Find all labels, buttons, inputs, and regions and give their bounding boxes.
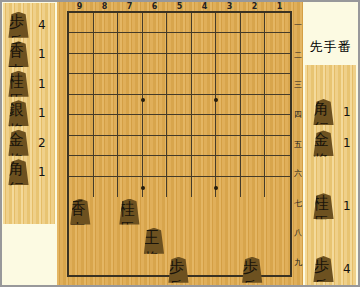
board-square-7-4[interactable] xyxy=(118,74,143,94)
board-panel: 987654321 香車桂馬王将銀将歩兵歩兵歩兵歩兵金将玉将歩兵香車歩兵銀将歩兵… xyxy=(57,2,303,285)
board-square-6-5[interactable] xyxy=(143,95,168,115)
shogi-piece-金将[interactable]: 金将 xyxy=(8,130,29,156)
file-label: 8 xyxy=(92,2,117,11)
shogi-piece-歩兵[interactable]: 歩兵 xyxy=(242,257,263,283)
board-square-1-7[interactable] xyxy=(265,136,290,156)
board-square-1-6[interactable] xyxy=(265,115,290,135)
board-square-2-5[interactable] xyxy=(241,95,266,115)
sente-hand-金将[interactable]: 金将1 xyxy=(305,128,356,159)
gote-hand-角行[interactable]: 角行1 xyxy=(3,158,55,188)
turn-indicator: 先手番 xyxy=(303,38,358,56)
file-label: 7 xyxy=(117,2,142,11)
hand-count: 1 xyxy=(343,200,351,212)
shogi-piece-王将[interactable]: 王将 xyxy=(143,228,164,254)
sente-hand-empty-slot xyxy=(305,222,356,253)
board-square-4-4[interactable] xyxy=(192,74,217,94)
board-square-6-6[interactable] xyxy=(143,115,168,135)
board-square-9-8[interactable] xyxy=(69,156,94,176)
board-square-9-1[interactable] xyxy=(69,13,94,33)
board-square-2-4[interactable] xyxy=(241,74,266,94)
board-square-6-3[interactable] xyxy=(143,54,168,74)
rank-label: 八 xyxy=(293,218,303,248)
board-square-7-6[interactable] xyxy=(118,115,143,135)
board-square-8-3[interactable] xyxy=(94,54,119,74)
shogi-piece-香車[interactable]: 香車 xyxy=(8,41,29,67)
board-square-3-3[interactable] xyxy=(216,54,241,74)
board-square-7-9[interactable] xyxy=(118,177,143,197)
board-square-8-5[interactable] xyxy=(94,95,119,115)
hand-count: 1 xyxy=(38,166,46,178)
file-label: 9 xyxy=(67,2,92,11)
gote-hand-金将[interactable]: 金将2 xyxy=(3,128,55,158)
sente-panel: 先手番 角行1金将1桂馬1歩兵4 xyxy=(303,2,358,285)
board-square-8-4[interactable] xyxy=(94,74,119,94)
board-square-9-4[interactable] xyxy=(69,74,94,94)
board-square-1-3[interactable] xyxy=(265,54,290,74)
board-square-4-5[interactable] xyxy=(192,95,217,115)
file-label: 5 xyxy=(167,2,192,11)
shogi-board-grid: 香車桂馬王将銀将歩兵歩兵歩兵歩兵金将玉将歩兵香車歩兵銀将歩兵歩兵歩兵歩兵龍王香車… xyxy=(67,11,292,277)
board-square-3-4[interactable] xyxy=(216,74,241,94)
board-square-2-9[interactable] xyxy=(241,177,266,197)
board-square-2-3[interactable] xyxy=(241,54,266,74)
shogi-piece-歩兵[interactable]: 歩兵 xyxy=(168,257,189,283)
hand-count: 1 xyxy=(38,107,46,119)
sente-hand-桂馬[interactable]: 桂馬1 xyxy=(305,191,356,222)
rank-label: 四 xyxy=(293,100,303,130)
board-square-8-9[interactable] xyxy=(94,177,119,197)
board-square-9-6[interactable] xyxy=(69,115,94,135)
board-square-5-3[interactable] xyxy=(167,54,192,74)
shogi-piece-桂馬[interactable]: 桂馬 xyxy=(8,71,29,97)
board-square-6-2[interactable] xyxy=(143,33,168,53)
board-square-9-7[interactable] xyxy=(69,136,94,156)
sente-hand-角行[interactable]: 角行1 xyxy=(305,96,356,127)
hand-count: 1 xyxy=(38,78,46,90)
board-square-9-5[interactable] xyxy=(69,95,94,115)
board-square-2-8[interactable] xyxy=(241,156,266,176)
rank-label: 九 xyxy=(293,248,303,278)
hand-count: 4 xyxy=(38,19,46,31)
board-square-9-2[interactable] xyxy=(69,33,94,53)
shogi-app: 歩兵4香車1桂馬1銀将1金将2角行1 987654321 香車桂馬王将銀将歩兵歩… xyxy=(0,0,360,287)
shogi-piece-桂馬[interactable]: 桂馬 xyxy=(119,199,140,225)
hand-count: 1 xyxy=(343,106,351,118)
piece-kanji: 歩兵 xyxy=(242,257,263,287)
board-square-1-8[interactable] xyxy=(265,156,290,176)
file-label: 2 xyxy=(242,2,267,11)
board-square-7-7[interactable] xyxy=(118,136,143,156)
board-square-1-9[interactable] xyxy=(265,177,290,197)
hand-count: 2 xyxy=(38,137,46,149)
board-square-3-8[interactable] xyxy=(216,156,241,176)
gote-hand-銀将[interactable]: 銀将1 xyxy=(3,99,55,129)
file-label: 4 xyxy=(192,2,217,11)
board-square-3-9[interactable] xyxy=(216,177,241,197)
board-square-3-5[interactable] xyxy=(216,95,241,115)
board-square-3-7[interactable] xyxy=(216,136,241,156)
board-square-7-3[interactable] xyxy=(118,54,143,74)
board-square-8-1[interactable] xyxy=(94,13,119,33)
sente-hand-empty-slot xyxy=(305,159,356,190)
board-square-8-8[interactable] xyxy=(94,156,119,176)
board-square-5-5[interactable] xyxy=(167,95,192,115)
sente-hand-empty-slot xyxy=(305,65,356,96)
gote-hand-桂馬[interactable]: 桂馬1 xyxy=(3,69,55,99)
board-square-4-3[interactable] xyxy=(192,54,217,74)
piece-kanji: 香車 xyxy=(70,199,91,241)
board-square-5-4[interactable] xyxy=(167,74,192,94)
board-square-6-1[interactable] xyxy=(143,13,168,33)
shogi-piece-金将[interactable]: 金将 xyxy=(313,130,334,156)
shogi-piece-香車[interactable]: 香車 xyxy=(70,199,91,225)
board-square-7-5[interactable] xyxy=(118,95,143,115)
rank-labels: 一二三四五六七八九 xyxy=(293,11,303,277)
shogi-piece-銀将[interactable]: 銀将 xyxy=(8,100,29,126)
board-square-7-1[interactable] xyxy=(118,13,143,33)
rank-label: 二 xyxy=(293,41,303,71)
board-square-5-6[interactable] xyxy=(167,115,192,135)
file-label: 6 xyxy=(142,2,167,11)
piece-kanji: 歩兵 xyxy=(313,256,334,287)
shogi-piece-歩兵[interactable]: 歩兵 xyxy=(313,256,334,282)
gote-hand-香車[interactable]: 香車1 xyxy=(3,40,55,70)
hand-count: 1 xyxy=(343,137,351,149)
board-square-4-7[interactable] xyxy=(192,136,217,156)
board-square-3-2[interactable] xyxy=(216,33,241,53)
board-square-9-9[interactable] xyxy=(69,177,94,197)
board-square-5-7[interactable] xyxy=(167,136,192,156)
board-square-8-2[interactable] xyxy=(94,33,119,53)
board-square-4-6[interactable] xyxy=(192,115,217,135)
board-square-6-7[interactable] xyxy=(143,136,168,156)
rank-label: 六 xyxy=(293,159,303,189)
board-square-6-4[interactable] xyxy=(143,74,168,94)
board-square-4-2[interactable] xyxy=(192,33,217,53)
board-square-4-9[interactable] xyxy=(192,177,217,197)
rank-label: 三 xyxy=(293,70,303,100)
board-square-4-1[interactable] xyxy=(192,13,217,33)
gote-hand-tray: 歩兵4香車1桂馬1銀将1金将2角行1 xyxy=(3,3,55,224)
shogi-piece-歩兵[interactable]: 歩兵 xyxy=(8,12,29,38)
board-square-2-1[interactable] xyxy=(241,13,266,33)
board-square-6-8[interactable] xyxy=(143,156,168,176)
board-square-3-6[interactable] xyxy=(216,115,241,135)
file-labels: 987654321 xyxy=(67,2,292,11)
board-square-2-7[interactable] xyxy=(241,136,266,156)
shogi-piece-角行[interactable]: 角行 xyxy=(8,159,29,185)
shogi-piece-角行[interactable]: 角行 xyxy=(313,99,334,125)
gote-hand-歩兵[interactable]: 歩兵4 xyxy=(3,10,55,40)
board-square-9-3[interactable] xyxy=(69,54,94,74)
piece-kanji: 角行 xyxy=(8,159,29,201)
file-label: 1 xyxy=(267,2,292,11)
board-square-1-2[interactable] xyxy=(265,33,290,53)
rank-label: 五 xyxy=(293,129,303,159)
board-square-8-6[interactable] xyxy=(94,115,119,135)
board-square-2-6[interactable] xyxy=(241,115,266,135)
hoshi-dot xyxy=(141,186,145,190)
board-square-1-4[interactable] xyxy=(265,74,290,94)
piece-kanji: 桂馬 xyxy=(119,199,140,241)
board-square-3-1[interactable] xyxy=(216,13,241,33)
board-square-1-1[interactable] xyxy=(265,13,290,33)
board-square-1-5[interactable] xyxy=(265,95,290,115)
file-label: 3 xyxy=(217,2,242,11)
piece-kanji: 王将 xyxy=(143,228,164,270)
board-square-2-2[interactable] xyxy=(241,33,266,53)
board-square-7-2[interactable] xyxy=(118,33,143,53)
sente-hand-歩兵[interactable]: 歩兵4 xyxy=(305,253,356,284)
board-square-7-8[interactable] xyxy=(118,156,143,176)
shogi-piece-桂馬[interactable]: 桂馬 xyxy=(313,193,334,219)
rank-label: 一 xyxy=(293,11,303,41)
board-square-5-2[interactable] xyxy=(167,33,192,53)
sente-hand-tray: 角行1金将1桂馬1歩兵4 xyxy=(305,65,356,285)
hand-count: 4 xyxy=(343,263,351,275)
board-square-5-1[interactable] xyxy=(167,13,192,33)
board-square-5-8[interactable] xyxy=(167,156,192,176)
board-square-6-9[interactable] xyxy=(143,177,168,197)
hand-count: 1 xyxy=(38,48,46,60)
board-square-8-7[interactable] xyxy=(94,136,119,156)
rank-label: 七 xyxy=(293,188,303,218)
board-square-4-8[interactable] xyxy=(192,156,217,176)
piece-kanji: 歩兵 xyxy=(168,257,189,287)
board-square-5-9[interactable] xyxy=(167,177,192,197)
